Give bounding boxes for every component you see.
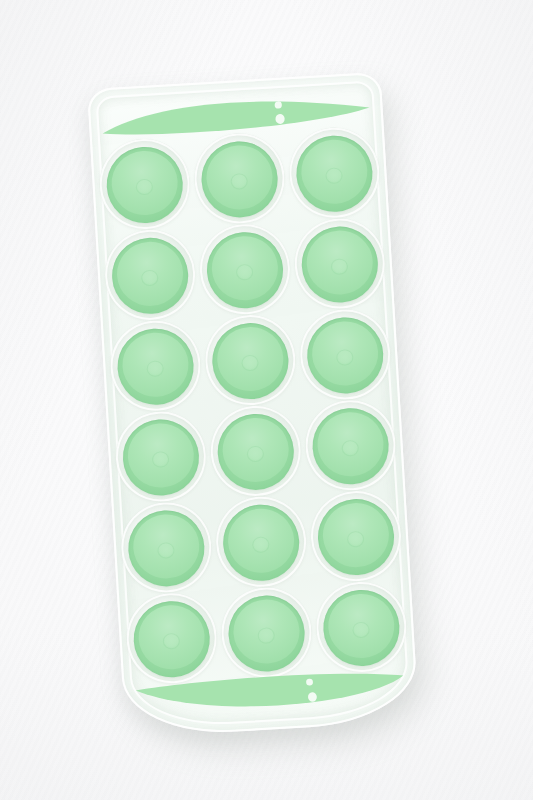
- cup-dimple: [231, 174, 247, 189]
- cup-bowl: [321, 501, 391, 569]
- well-collar: [213, 494, 308, 589]
- well-collar: [119, 499, 214, 594]
- cup-dimple: [242, 356, 258, 371]
- cup-dimple: [142, 270, 158, 285]
- cup-bowl: [110, 149, 180, 217]
- cup-bowl: [137, 603, 207, 671]
- well-collar: [313, 579, 408, 674]
- cup-dimple: [342, 441, 358, 456]
- well-collar: [103, 227, 198, 322]
- cup-bowl: [226, 506, 296, 574]
- cup-dimple: [237, 265, 253, 280]
- cup-dimple: [148, 361, 164, 376]
- silicone-cup: [105, 144, 185, 224]
- silicone-cup: [221, 502, 301, 582]
- ice-cube-tray: [87, 72, 419, 738]
- silicone-cup: [321, 587, 401, 667]
- silicone-cup: [116, 326, 196, 406]
- silicone-cup: [315, 496, 395, 576]
- silicone-cup: [294, 133, 374, 213]
- photo-scene: [0, 0, 533, 800]
- cup-bowl: [210, 234, 280, 302]
- silicone-cup: [205, 230, 285, 310]
- silicone-cup: [216, 411, 296, 491]
- cup-bowl: [126, 421, 196, 489]
- cup-bowl: [205, 143, 275, 211]
- cup-bowl: [299, 137, 369, 205]
- cup-dimple: [258, 628, 274, 643]
- silicone-cup: [132, 599, 212, 679]
- cup-bowl: [116, 239, 186, 307]
- cup-bowl: [121, 330, 191, 398]
- silicone-cup: [110, 235, 190, 315]
- silicone-cup: [121, 417, 201, 497]
- well-collar: [292, 216, 387, 311]
- well-collar: [308, 488, 403, 583]
- bottom-cap-shape: [135, 669, 404, 714]
- well-collar: [286, 125, 381, 220]
- silicone-cup: [226, 593, 306, 673]
- well-collar: [192, 130, 287, 225]
- cup-bowl: [310, 319, 380, 387]
- cup-dimple: [164, 634, 180, 649]
- silicone-cup: [305, 315, 385, 395]
- cup-dimple: [347, 532, 363, 547]
- well-collar: [203, 312, 298, 407]
- well-collar: [97, 136, 192, 231]
- cup-dimple: [326, 168, 342, 183]
- silicone-cup: [299, 224, 379, 304]
- silicone-cup: [210, 320, 290, 400]
- cup-bowl: [232, 597, 302, 665]
- cup-bowl: [132, 512, 202, 580]
- silicone-cup: [310, 406, 390, 486]
- cup-grid: [95, 124, 411, 686]
- cup-dimple: [158, 543, 174, 558]
- well-collar: [124, 590, 219, 685]
- cup-bowl: [215, 325, 285, 393]
- well-collar: [219, 585, 314, 680]
- cup-dimple: [153, 452, 169, 467]
- cup-bowl: [304, 228, 374, 296]
- well-collar: [297, 306, 392, 401]
- well-collar: [197, 221, 292, 316]
- well-collar: [208, 403, 303, 498]
- cup-bowl: [315, 410, 385, 478]
- silicone-cup: [199, 139, 279, 219]
- well-collar: [108, 318, 203, 413]
- well-collar: [303, 397, 398, 492]
- cup-dimple: [337, 350, 353, 365]
- cup-dimple: [247, 446, 263, 461]
- cup-dimple: [137, 180, 153, 195]
- cup-bowl: [221, 416, 291, 484]
- cup-bowl: [326, 592, 396, 660]
- cup-dimple: [331, 259, 347, 274]
- silicone-cup: [126, 508, 206, 588]
- cup-dimple: [253, 537, 269, 552]
- cup-dimple: [353, 623, 369, 638]
- well-collar: [114, 408, 209, 503]
